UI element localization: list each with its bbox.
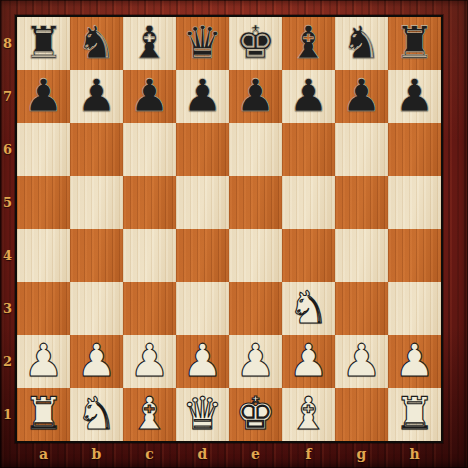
square-a1[interactable]: ♜	[17, 388, 70, 441]
piece-white-rook-a1[interactable]: ♜	[17, 388, 70, 441]
piece-black-pawn-b7[interactable]: ♟	[70, 70, 123, 123]
square-b2[interactable]: ♟	[70, 335, 123, 388]
piece-white-knight-b1[interactable]: ♞	[70, 388, 123, 441]
piece-white-bishop-c1[interactable]: ♝	[123, 388, 176, 441]
piece-black-king-e8[interactable]: ♚	[229, 17, 282, 70]
square-h8[interactable]: ♜	[388, 17, 441, 70]
piece-black-queen-d8[interactable]: ♛	[176, 17, 229, 70]
square-h3[interactable]	[388, 282, 441, 335]
rank-label-1: 1	[0, 388, 15, 441]
square-a8[interactable]: ♜	[17, 17, 70, 70]
square-b3[interactable]	[70, 282, 123, 335]
square-e3[interactable]	[229, 282, 282, 335]
square-a5[interactable]	[17, 176, 70, 229]
square-d6[interactable]	[176, 123, 229, 176]
rank-label-2: 2	[0, 335, 15, 388]
square-g2[interactable]: ♟	[335, 335, 388, 388]
piece-white-pawn-f2[interactable]: ♟	[282, 335, 335, 388]
file-label-d: d	[176, 443, 229, 468]
piece-white-bishop-f1[interactable]: ♝	[282, 388, 335, 441]
square-d7[interactable]: ♟	[176, 70, 229, 123]
square-c4[interactable]	[123, 229, 176, 282]
piece-black-pawn-d7[interactable]: ♟	[176, 70, 229, 123]
square-f8[interactable]: ♝	[282, 17, 335, 70]
square-h2[interactable]: ♟	[388, 335, 441, 388]
square-g7[interactable]: ♟	[335, 70, 388, 123]
square-e6[interactable]	[229, 123, 282, 176]
square-a3[interactable]	[17, 282, 70, 335]
piece-black-pawn-f7[interactable]: ♟	[282, 70, 335, 123]
square-b7[interactable]: ♟	[70, 70, 123, 123]
square-f1[interactable]: ♝	[282, 388, 335, 441]
square-f5[interactable]	[282, 176, 335, 229]
square-e1[interactable]: ♚	[229, 388, 282, 441]
square-c1[interactable]: ♝	[123, 388, 176, 441]
square-e7[interactable]: ♟	[229, 70, 282, 123]
file-label-g: g	[335, 443, 388, 468]
rank-label-6: 6	[0, 123, 15, 176]
square-c2[interactable]: ♟	[123, 335, 176, 388]
board: ♜♞♝♛♚♝♞♜♟♟♟♟♟♟♟♟♞♟♟♟♟♟♟♟♟♜♞♝♛♚♝♜	[15, 15, 443, 443]
square-g8[interactable]: ♞	[335, 17, 388, 70]
square-h1[interactable]: ♜	[388, 388, 441, 441]
square-d5[interactable]	[176, 176, 229, 229]
square-d8[interactable]: ♛	[176, 17, 229, 70]
piece-black-pawn-a7[interactable]: ♟	[17, 70, 70, 123]
square-h5[interactable]	[388, 176, 441, 229]
square-c3[interactable]	[123, 282, 176, 335]
rank-label-7: 7	[0, 70, 15, 123]
square-h4[interactable]	[388, 229, 441, 282]
square-h6[interactable]	[388, 123, 441, 176]
piece-white-knight-f3[interactable]: ♞	[282, 282, 335, 335]
square-d2[interactable]: ♟	[176, 335, 229, 388]
square-f7[interactable]: ♟	[282, 70, 335, 123]
piece-black-bishop-c8[interactable]: ♝	[123, 17, 176, 70]
square-b6[interactable]	[70, 123, 123, 176]
piece-black-bishop-f8[interactable]: ♝	[282, 17, 335, 70]
rank-label-3: 3	[0, 282, 15, 335]
rank-label-4: 4	[0, 229, 15, 282]
square-a4[interactable]	[17, 229, 70, 282]
piece-white-pawn-h2[interactable]: ♟	[388, 335, 441, 388]
piece-white-queen-d1[interactable]: ♛	[176, 388, 229, 441]
square-f4[interactable]	[282, 229, 335, 282]
file-label-b: b	[70, 443, 123, 468]
piece-white-pawn-a2[interactable]: ♟	[17, 335, 70, 388]
square-b1[interactable]: ♞	[70, 388, 123, 441]
piece-black-pawn-g7[interactable]: ♟	[335, 70, 388, 123]
piece-black-rook-h8[interactable]: ♜	[388, 17, 441, 70]
square-c5[interactable]	[123, 176, 176, 229]
square-f3[interactable]: ♞	[282, 282, 335, 335]
piece-black-rook-a8[interactable]: ♜	[17, 17, 70, 70]
rank-label-8: 8	[0, 17, 15, 70]
square-e8[interactable]: ♚	[229, 17, 282, 70]
square-g5[interactable]	[335, 176, 388, 229]
square-c8[interactable]: ♝	[123, 17, 176, 70]
square-c7[interactable]: ♟	[123, 70, 176, 123]
square-b4[interactable]	[70, 229, 123, 282]
piece-white-pawn-d2[interactable]: ♟	[176, 335, 229, 388]
square-b8[interactable]: ♞	[70, 17, 123, 70]
square-d1[interactable]: ♛	[176, 388, 229, 441]
rank-label-5: 5	[0, 176, 15, 229]
square-a6[interactable]	[17, 123, 70, 176]
piece-black-knight-b8[interactable]: ♞	[70, 17, 123, 70]
square-g1[interactable]	[335, 388, 388, 441]
square-g4[interactable]	[335, 229, 388, 282]
piece-white-pawn-b2[interactable]: ♟	[70, 335, 123, 388]
square-g6[interactable]	[335, 123, 388, 176]
square-e2[interactable]: ♟	[229, 335, 282, 388]
piece-white-pawn-g2[interactable]: ♟	[335, 335, 388, 388]
piece-black-pawn-c7[interactable]: ♟	[123, 70, 176, 123]
file-label-a: a	[17, 443, 70, 468]
file-label-f: f	[282, 443, 335, 468]
square-b5[interactable]	[70, 176, 123, 229]
piece-black-knight-g8[interactable]: ♞	[335, 17, 388, 70]
piece-white-king-e1[interactable]: ♚	[229, 388, 282, 441]
file-label-e: e	[229, 443, 282, 468]
square-g3[interactable]	[335, 282, 388, 335]
piece-white-pawn-e2[interactable]: ♟	[229, 335, 282, 388]
file-label-h: h	[388, 443, 441, 468]
square-e4[interactable]	[229, 229, 282, 282]
file-label-c: c	[123, 443, 176, 468]
square-c6[interactable]	[123, 123, 176, 176]
chess-board-frame: ♜♞♝♛♚♝♞♜♟♟♟♟♟♟♟♟♞♟♟♟♟♟♟♟♟♜♞♝♛♚♝♜ 8765432…	[0, 0, 468, 468]
piece-black-pawn-h7[interactable]: ♟	[388, 70, 441, 123]
square-a7[interactable]: ♟	[17, 70, 70, 123]
piece-black-pawn-e7[interactable]: ♟	[229, 70, 282, 123]
square-h7[interactable]: ♟	[388, 70, 441, 123]
square-f6[interactable]	[282, 123, 335, 176]
piece-white-pawn-c2[interactable]: ♟	[123, 335, 176, 388]
square-f2[interactable]: ♟	[282, 335, 335, 388]
square-d4[interactable]	[176, 229, 229, 282]
piece-white-rook-h1[interactable]: ♜	[388, 388, 441, 441]
square-a2[interactable]: ♟	[17, 335, 70, 388]
square-e5[interactable]	[229, 176, 282, 229]
square-d3[interactable]	[176, 282, 229, 335]
